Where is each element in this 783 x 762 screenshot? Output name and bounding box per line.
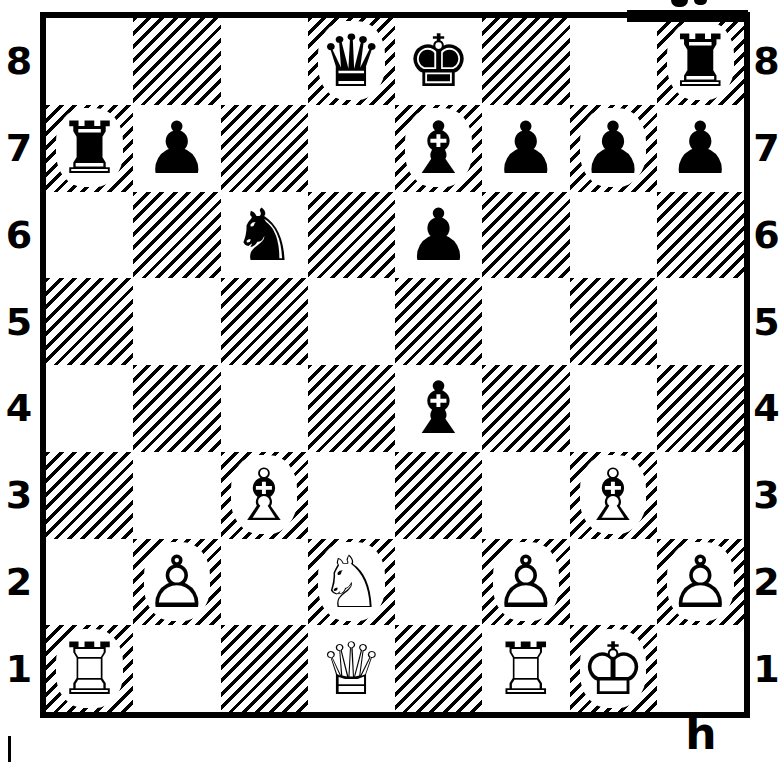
rank-label-right-1: 1 xyxy=(750,625,783,712)
square-d3 xyxy=(308,452,395,539)
black-pawn-g7: ♟ xyxy=(581,112,646,184)
square-a6 xyxy=(46,192,133,279)
square-b1 xyxy=(133,625,220,712)
square-e4: ♝ xyxy=(395,365,482,452)
square-g8 xyxy=(570,18,657,105)
square-b7: ♟ xyxy=(133,105,220,192)
square-f3 xyxy=(482,452,569,539)
square-c2 xyxy=(221,539,308,626)
square-d1: ♕ xyxy=(308,625,395,712)
chess-diagram-page: ♛♚♜♜♟♝♟♟♟♞♟♝♗♗♙♘♙♙♖♕♖♔ 87654321 87654321… xyxy=(0,0,783,762)
square-a3 xyxy=(46,452,133,539)
white-pawn-b2: ♙ xyxy=(145,546,210,618)
square-b4 xyxy=(133,365,220,452)
square-b5 xyxy=(133,278,220,365)
white-bishop-c3: ♗ xyxy=(232,459,297,531)
rank-label-right-4: 4 xyxy=(750,365,783,452)
black-bishop-e4: ♝ xyxy=(406,372,471,444)
rank-label-right-5: 5 xyxy=(750,278,783,365)
square-e2 xyxy=(395,539,482,626)
rank-label-left-2: 2 xyxy=(1,539,37,626)
square-g1: ♔ xyxy=(570,625,657,712)
square-c5 xyxy=(221,278,308,365)
square-g7: ♟ xyxy=(570,105,657,192)
square-a8 xyxy=(46,18,133,105)
black-king-e8: ♚ xyxy=(406,25,471,97)
square-g6 xyxy=(570,192,657,279)
rank-label-right-8: 8 xyxy=(750,18,783,105)
square-d8: ♛ xyxy=(308,18,395,105)
square-a1: ♖ xyxy=(46,625,133,712)
square-e8: ♚ xyxy=(395,18,482,105)
white-bishop-g3: ♗ xyxy=(581,459,646,531)
black-pawn-h7: ♟ xyxy=(668,112,733,184)
scan-artifact-top-line xyxy=(603,13,635,17)
square-e5 xyxy=(395,278,482,365)
square-a7: ♜ xyxy=(46,105,133,192)
square-g3: ♗ xyxy=(570,452,657,539)
white-pawn-h2: ♙ xyxy=(668,546,733,618)
square-a4 xyxy=(46,365,133,452)
black-pawn-e6: ♟ xyxy=(406,199,471,271)
scan-artifact-top-right-tab xyxy=(627,10,748,22)
square-h7: ♟ xyxy=(657,105,744,192)
rank-labels-right: 87654321 xyxy=(750,18,783,712)
rank-label-left-7: 7 xyxy=(1,105,37,192)
rank-label-left-8: 8 xyxy=(1,18,37,105)
rank-label-right-7: 7 xyxy=(750,105,783,192)
square-h4 xyxy=(657,365,744,452)
square-d4 xyxy=(308,365,395,452)
square-c4 xyxy=(221,365,308,452)
scan-artifact-top-mark-1 xyxy=(671,0,688,7)
square-d2: ♘ xyxy=(308,539,395,626)
square-c8 xyxy=(221,18,308,105)
square-b6 xyxy=(133,192,220,279)
square-h3 xyxy=(657,452,744,539)
square-h6 xyxy=(657,192,744,279)
square-f4 xyxy=(482,365,569,452)
rank-label-left-3: 3 xyxy=(1,452,37,539)
rank-label-right-3: 3 xyxy=(750,452,783,539)
square-f5 xyxy=(482,278,569,365)
chess-board: ♛♚♜♜♟♝♟♟♟♞♟♝♗♗♙♘♙♙♖♕♖♔ xyxy=(40,12,750,718)
rank-labels-left: 87654321 xyxy=(1,18,37,712)
black-pawn-f7: ♟ xyxy=(494,112,559,184)
white-rook-a1: ♖ xyxy=(57,633,122,705)
square-a2 xyxy=(46,539,133,626)
square-b2: ♙ xyxy=(133,539,220,626)
square-d5 xyxy=(308,278,395,365)
square-g2 xyxy=(570,539,657,626)
square-d7 xyxy=(308,105,395,192)
black-queen-d8: ♛ xyxy=(319,25,384,97)
square-e3 xyxy=(395,452,482,539)
square-d6 xyxy=(308,192,395,279)
square-g4 xyxy=(570,365,657,452)
square-c6: ♞ xyxy=(221,192,308,279)
scan-artifact-top-mark-2 xyxy=(694,0,707,5)
rank-label-right-2: 2 xyxy=(750,539,783,626)
square-f2: ♙ xyxy=(482,539,569,626)
square-e1 xyxy=(395,625,482,712)
rank-label-left-1: 1 xyxy=(1,625,37,712)
white-queen-d1: ♕ xyxy=(319,633,384,705)
file-label-h: h xyxy=(676,708,726,759)
rank-label-left-4: 4 xyxy=(1,365,37,452)
square-b3 xyxy=(133,452,220,539)
rank-label-right-6: 6 xyxy=(750,192,783,279)
square-c1 xyxy=(221,625,308,712)
black-rook-h8: ♜ xyxy=(668,25,733,97)
square-f1: ♖ xyxy=(482,625,569,712)
square-a5 xyxy=(46,278,133,365)
square-h8: ♜ xyxy=(657,18,744,105)
black-knight-c6: ♞ xyxy=(232,199,297,271)
black-pawn-b7: ♟ xyxy=(145,112,210,184)
square-b8 xyxy=(133,18,220,105)
black-bishop-e7: ♝ xyxy=(406,112,471,184)
square-h5 xyxy=(657,278,744,365)
white-knight-d2: ♘ xyxy=(319,546,384,618)
square-e6: ♟ xyxy=(395,192,482,279)
black-rook-a7: ♜ xyxy=(57,112,122,184)
rank-label-left-5: 5 xyxy=(1,278,37,365)
square-f8 xyxy=(482,18,569,105)
square-h1 xyxy=(657,625,744,712)
square-g5 xyxy=(570,278,657,365)
square-f6 xyxy=(482,192,569,279)
white-pawn-f2: ♙ xyxy=(494,546,559,618)
square-f7: ♟ xyxy=(482,105,569,192)
white-rook-f1: ♖ xyxy=(494,633,559,705)
white-king-g1: ♔ xyxy=(581,633,646,705)
scan-artifact-bottom-left-tick xyxy=(8,736,11,762)
square-c3: ♗ xyxy=(221,452,308,539)
square-h2: ♙ xyxy=(657,539,744,626)
rank-label-left-6: 6 xyxy=(1,192,37,279)
square-e7: ♝ xyxy=(395,105,482,192)
square-c7 xyxy=(221,105,308,192)
